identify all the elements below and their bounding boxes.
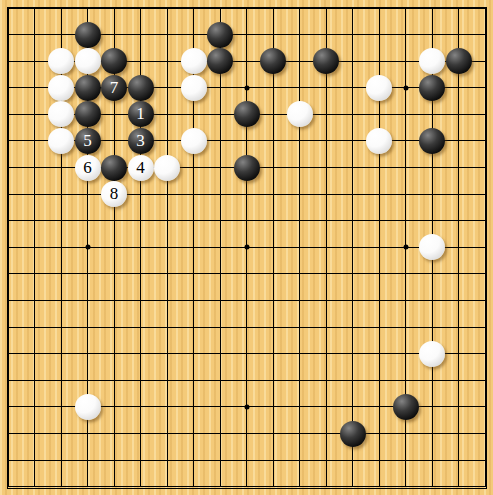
intersection-18-12[interactable] xyxy=(472,314,493,341)
intersection-16-9[interactable] xyxy=(419,234,446,261)
intersection-17-9[interactable] xyxy=(445,234,472,261)
intersection-11-17[interactable] xyxy=(286,447,313,474)
intersection-6-16[interactable] xyxy=(154,420,181,447)
intersection-1-13[interactable] xyxy=(21,340,48,367)
intersection-17-7[interactable] xyxy=(445,181,472,208)
intersection-4-14[interactable] xyxy=(101,367,128,394)
intersection-0-4[interactable] xyxy=(0,101,21,128)
intersection-14-16[interactable] xyxy=(366,420,393,447)
intersection-5-10[interactable] xyxy=(127,261,154,288)
intersection-4-7[interactable]: 8 xyxy=(101,181,128,208)
intersection-6-9[interactable] xyxy=(154,234,181,261)
intersection-11-8[interactable] xyxy=(286,207,313,234)
intersection-2-4[interactable] xyxy=(48,101,75,128)
intersection-4-16[interactable] xyxy=(101,420,128,447)
intersection-7-3[interactable] xyxy=(180,74,207,101)
intersection-1-5[interactable] xyxy=(21,128,48,155)
intersection-13-7[interactable] xyxy=(339,181,366,208)
intersection-5-9[interactable] xyxy=(127,234,154,261)
intersection-7-5[interactable] xyxy=(180,128,207,155)
intersection-3-5[interactable]: 5 xyxy=(74,128,101,155)
intersection-18-1[interactable] xyxy=(472,21,493,48)
intersection-15-0[interactable] xyxy=(392,0,419,21)
intersection-8-9[interactable] xyxy=(207,234,234,261)
intersection-7-7[interactable] xyxy=(180,181,207,208)
intersection-13-8[interactable] xyxy=(339,207,366,234)
intersection-13-6[interactable] xyxy=(339,154,366,181)
intersection-7-17[interactable] xyxy=(180,447,207,474)
intersection-7-9[interactable] xyxy=(180,234,207,261)
intersection-11-18[interactable] xyxy=(286,473,313,495)
intersection-10-4[interactable] xyxy=(260,101,287,128)
intersection-16-6[interactable] xyxy=(419,154,446,181)
intersection-1-4[interactable] xyxy=(21,101,48,128)
intersection-12-13[interactable] xyxy=(313,340,340,367)
intersection-17-3[interactable] xyxy=(445,74,472,101)
intersection-12-6[interactable] xyxy=(313,154,340,181)
intersection-8-5[interactable] xyxy=(207,128,234,155)
intersection-6-13[interactable] xyxy=(154,340,181,367)
intersection-5-15[interactable] xyxy=(127,394,154,421)
intersection-0-10[interactable] xyxy=(0,261,21,288)
intersection-18-8[interactable] xyxy=(472,207,493,234)
intersection-15-6[interactable] xyxy=(392,154,419,181)
intersection-8-16[interactable] xyxy=(207,420,234,447)
intersection-5-17[interactable] xyxy=(127,447,154,474)
intersection-0-3[interactable] xyxy=(0,74,21,101)
intersection-6-1[interactable] xyxy=(154,21,181,48)
intersection-1-0[interactable] xyxy=(21,0,48,21)
intersection-9-0[interactable] xyxy=(233,0,260,21)
intersection-2-6[interactable] xyxy=(48,154,75,181)
intersection-0-5[interactable] xyxy=(0,128,21,155)
intersection-13-1[interactable] xyxy=(339,21,366,48)
intersection-5-8[interactable] xyxy=(127,207,154,234)
intersection-14-7[interactable] xyxy=(366,181,393,208)
intersection-3-11[interactable] xyxy=(74,287,101,314)
intersection-6-14[interactable] xyxy=(154,367,181,394)
intersection-18-7[interactable] xyxy=(472,181,493,208)
intersection-7-8[interactable] xyxy=(180,207,207,234)
intersection-14-14[interactable] xyxy=(366,367,393,394)
intersection-4-0[interactable] xyxy=(101,0,128,21)
intersection-15-5[interactable] xyxy=(392,128,419,155)
intersection-6-6[interactable] xyxy=(154,154,181,181)
intersection-9-5[interactable] xyxy=(233,128,260,155)
intersection-12-5[interactable] xyxy=(313,128,340,155)
intersection-15-12[interactable] xyxy=(392,314,419,341)
intersection-11-12[interactable] xyxy=(286,314,313,341)
intersection-17-13[interactable] xyxy=(445,340,472,367)
intersection-18-3[interactable] xyxy=(472,74,493,101)
intersection-5-7[interactable] xyxy=(127,181,154,208)
intersection-8-14[interactable] xyxy=(207,367,234,394)
intersection-15-18[interactable] xyxy=(392,473,419,495)
intersection-10-11[interactable] xyxy=(260,287,287,314)
intersection-9-17[interactable] xyxy=(233,447,260,474)
intersection-9-11[interactable] xyxy=(233,287,260,314)
intersection-17-8[interactable] xyxy=(445,207,472,234)
intersection-8-18[interactable] xyxy=(207,473,234,495)
intersection-11-10[interactable] xyxy=(286,261,313,288)
intersection-11-15[interactable] xyxy=(286,394,313,421)
intersection-5-0[interactable] xyxy=(127,0,154,21)
intersection-16-11[interactable] xyxy=(419,287,446,314)
intersection-5-6[interactable]: 4 xyxy=(127,154,154,181)
intersection-2-5[interactable] xyxy=(48,128,75,155)
intersection-5-18[interactable] xyxy=(127,473,154,495)
intersection-6-12[interactable] xyxy=(154,314,181,341)
intersection-3-7[interactable] xyxy=(74,181,101,208)
intersection-8-0[interactable] xyxy=(207,0,234,21)
intersection-14-15[interactable] xyxy=(366,394,393,421)
intersection-13-15[interactable] xyxy=(339,394,366,421)
intersection-15-15[interactable] xyxy=(392,394,419,421)
intersection-8-11[interactable] xyxy=(207,287,234,314)
intersection-18-14[interactable] xyxy=(472,367,493,394)
intersection-12-4[interactable] xyxy=(313,101,340,128)
intersection-14-6[interactable] xyxy=(366,154,393,181)
intersection-15-2[interactable] xyxy=(392,48,419,75)
intersection-14-1[interactable] xyxy=(366,21,393,48)
intersection-14-13[interactable] xyxy=(366,340,393,367)
intersection-8-2[interactable] xyxy=(207,48,234,75)
intersection-8-6[interactable] xyxy=(207,154,234,181)
intersection-18-9[interactable] xyxy=(472,234,493,261)
intersection-2-14[interactable] xyxy=(48,367,75,394)
intersection-15-4[interactable] xyxy=(392,101,419,128)
intersection-5-5[interactable]: 3 xyxy=(127,128,154,155)
intersection-12-17[interactable] xyxy=(313,447,340,474)
intersection-10-8[interactable] xyxy=(260,207,287,234)
intersection-13-13[interactable] xyxy=(339,340,366,367)
intersection-8-12[interactable] xyxy=(207,314,234,341)
intersection-9-2[interactable] xyxy=(233,48,260,75)
intersection-11-0[interactable] xyxy=(286,0,313,21)
intersection-1-6[interactable] xyxy=(21,154,48,181)
intersection-17-6[interactable] xyxy=(445,154,472,181)
intersection-10-10[interactable] xyxy=(260,261,287,288)
intersection-8-13[interactable] xyxy=(207,340,234,367)
intersection-16-13[interactable] xyxy=(419,340,446,367)
intersection-14-5[interactable] xyxy=(366,128,393,155)
intersection-18-5[interactable] xyxy=(472,128,493,155)
intersection-8-8[interactable] xyxy=(207,207,234,234)
intersection-14-2[interactable] xyxy=(366,48,393,75)
intersection-8-1[interactable] xyxy=(207,21,234,48)
intersection-16-1[interactable] xyxy=(419,21,446,48)
intersection-6-5[interactable] xyxy=(154,128,181,155)
intersection-12-2[interactable] xyxy=(313,48,340,75)
intersection-13-17[interactable] xyxy=(339,447,366,474)
intersection-14-3[interactable] xyxy=(366,74,393,101)
intersection-11-11[interactable] xyxy=(286,287,313,314)
intersection-1-10[interactable] xyxy=(21,261,48,288)
intersection-4-1[interactable] xyxy=(101,21,128,48)
intersection-4-2[interactable] xyxy=(101,48,128,75)
intersection-2-13[interactable] xyxy=(48,340,75,367)
intersection-12-18[interactable] xyxy=(313,473,340,495)
intersection-11-13[interactable] xyxy=(286,340,313,367)
intersection-9-4[interactable] xyxy=(233,101,260,128)
intersection-1-17[interactable] xyxy=(21,447,48,474)
intersection-4-10[interactable] xyxy=(101,261,128,288)
intersection-18-2[interactable] xyxy=(472,48,493,75)
intersection-1-7[interactable] xyxy=(21,181,48,208)
intersection-0-7[interactable] xyxy=(0,181,21,208)
intersection-10-14[interactable] xyxy=(260,367,287,394)
intersection-17-1[interactable] xyxy=(445,21,472,48)
intersection-15-13[interactable] xyxy=(392,340,419,367)
intersection-16-12[interactable] xyxy=(419,314,446,341)
intersection-10-5[interactable] xyxy=(260,128,287,155)
intersection-0-14[interactable] xyxy=(0,367,21,394)
intersection-10-1[interactable] xyxy=(260,21,287,48)
intersection-10-12[interactable] xyxy=(260,314,287,341)
intersection-11-1[interactable] xyxy=(286,21,313,48)
intersection-15-9[interactable] xyxy=(392,234,419,261)
intersection-0-12[interactable] xyxy=(0,314,21,341)
intersection-7-13[interactable] xyxy=(180,340,207,367)
intersection-2-9[interactable] xyxy=(48,234,75,261)
intersection-14-8[interactable] xyxy=(366,207,393,234)
intersection-11-2[interactable] xyxy=(286,48,313,75)
intersection-2-12[interactable] xyxy=(48,314,75,341)
intersection-11-7[interactable] xyxy=(286,181,313,208)
intersection-9-12[interactable] xyxy=(233,314,260,341)
intersection-6-18[interactable] xyxy=(154,473,181,495)
intersection-14-11[interactable] xyxy=(366,287,393,314)
intersection-1-8[interactable] xyxy=(21,207,48,234)
intersection-5-1[interactable] xyxy=(127,21,154,48)
intersection-5-16[interactable] xyxy=(127,420,154,447)
intersection-7-10[interactable] xyxy=(180,261,207,288)
intersection-11-16[interactable] xyxy=(286,420,313,447)
intersection-11-3[interactable] xyxy=(286,74,313,101)
intersection-4-4[interactable] xyxy=(101,101,128,128)
intersection-3-1[interactable] xyxy=(74,21,101,48)
intersection-3-15[interactable] xyxy=(74,394,101,421)
intersection-5-12[interactable] xyxy=(127,314,154,341)
intersection-18-11[interactable] xyxy=(472,287,493,314)
intersection-3-18[interactable] xyxy=(74,473,101,495)
intersection-0-18[interactable] xyxy=(0,473,21,495)
intersection-2-18[interactable] xyxy=(48,473,75,495)
intersection-3-13[interactable] xyxy=(74,340,101,367)
intersection-1-18[interactable] xyxy=(21,473,48,495)
intersection-0-13[interactable] xyxy=(0,340,21,367)
intersection-1-3[interactable] xyxy=(21,74,48,101)
intersection-6-3[interactable] xyxy=(154,74,181,101)
intersection-17-12[interactable] xyxy=(445,314,472,341)
intersection-3-4[interactable] xyxy=(74,101,101,128)
intersection-13-18[interactable] xyxy=(339,473,366,495)
intersection-18-4[interactable] xyxy=(472,101,493,128)
intersection-2-7[interactable] xyxy=(48,181,75,208)
intersection-3-2[interactable] xyxy=(74,48,101,75)
intersection-4-12[interactable] xyxy=(101,314,128,341)
intersection-16-0[interactable] xyxy=(419,0,446,21)
intersection-5-3[interactable] xyxy=(127,74,154,101)
intersection-17-5[interactable] xyxy=(445,128,472,155)
intersection-14-10[interactable] xyxy=(366,261,393,288)
intersection-16-7[interactable] xyxy=(419,181,446,208)
intersection-8-3[interactable] xyxy=(207,74,234,101)
intersection-12-10[interactable] xyxy=(313,261,340,288)
intersection-2-8[interactable] xyxy=(48,207,75,234)
intersection-3-6[interactable]: 6 xyxy=(74,154,101,181)
intersection-17-11[interactable] xyxy=(445,287,472,314)
intersection-7-15[interactable] xyxy=(180,394,207,421)
intersection-3-16[interactable] xyxy=(74,420,101,447)
intersection-17-10[interactable] xyxy=(445,261,472,288)
intersection-11-5[interactable] xyxy=(286,128,313,155)
intersection-12-0[interactable] xyxy=(313,0,340,21)
intersection-9-15[interactable] xyxy=(233,394,260,421)
intersection-2-1[interactable] xyxy=(48,21,75,48)
intersection-15-10[interactable] xyxy=(392,261,419,288)
intersection-12-9[interactable] xyxy=(313,234,340,261)
intersection-12-1[interactable] xyxy=(313,21,340,48)
intersection-18-16[interactable] xyxy=(472,420,493,447)
intersection-10-7[interactable] xyxy=(260,181,287,208)
intersection-2-2[interactable] xyxy=(48,48,75,75)
intersection-0-15[interactable] xyxy=(0,394,21,421)
intersection-7-0[interactable] xyxy=(180,0,207,21)
intersection-1-16[interactable] xyxy=(21,420,48,447)
intersection-16-8[interactable] xyxy=(419,207,446,234)
intersection-10-2[interactable] xyxy=(260,48,287,75)
intersection-1-11[interactable] xyxy=(21,287,48,314)
intersection-17-17[interactable] xyxy=(445,447,472,474)
intersection-2-0[interactable] xyxy=(48,0,75,21)
intersection-14-18[interactable] xyxy=(366,473,393,495)
intersection-4-18[interactable] xyxy=(101,473,128,495)
intersection-9-13[interactable] xyxy=(233,340,260,367)
intersection-12-11[interactable] xyxy=(313,287,340,314)
intersection-2-11[interactable] xyxy=(48,287,75,314)
intersection-12-16[interactable] xyxy=(313,420,340,447)
intersection-13-10[interactable] xyxy=(339,261,366,288)
intersection-0-1[interactable] xyxy=(0,21,21,48)
intersection-13-2[interactable] xyxy=(339,48,366,75)
intersection-8-7[interactable] xyxy=(207,181,234,208)
intersection-2-17[interactable] xyxy=(48,447,75,474)
intersection-4-11[interactable] xyxy=(101,287,128,314)
intersection-5-4[interactable]: 1 xyxy=(127,101,154,128)
go-board[interactable]: 7153648 xyxy=(0,0,493,495)
intersection-10-6[interactable] xyxy=(260,154,287,181)
intersection-18-13[interactable] xyxy=(472,340,493,367)
intersection-3-9[interactable] xyxy=(74,234,101,261)
intersection-6-10[interactable] xyxy=(154,261,181,288)
intersection-6-4[interactable] xyxy=(154,101,181,128)
intersection-17-16[interactable] xyxy=(445,420,472,447)
intersection-6-7[interactable] xyxy=(154,181,181,208)
intersection-11-4[interactable] xyxy=(286,101,313,128)
intersection-1-15[interactable] xyxy=(21,394,48,421)
intersection-4-15[interactable] xyxy=(101,394,128,421)
intersection-4-9[interactable] xyxy=(101,234,128,261)
intersection-14-0[interactable] xyxy=(366,0,393,21)
intersection-16-10[interactable] xyxy=(419,261,446,288)
intersection-0-8[interactable] xyxy=(0,207,21,234)
intersection-4-5[interactable] xyxy=(101,128,128,155)
intersection-0-9[interactable] xyxy=(0,234,21,261)
intersection-0-0[interactable] xyxy=(0,0,21,21)
intersection-16-15[interactable] xyxy=(419,394,446,421)
intersection-17-18[interactable] xyxy=(445,473,472,495)
intersection-3-12[interactable] xyxy=(74,314,101,341)
intersection-0-17[interactable] xyxy=(0,447,21,474)
intersection-1-14[interactable] xyxy=(21,367,48,394)
intersection-16-2[interactable] xyxy=(419,48,446,75)
intersection-13-14[interactable] xyxy=(339,367,366,394)
intersection-6-11[interactable] xyxy=(154,287,181,314)
intersection-7-16[interactable] xyxy=(180,420,207,447)
intersection-7-11[interactable] xyxy=(180,287,207,314)
intersection-16-18[interactable] xyxy=(419,473,446,495)
intersection-9-6[interactable] xyxy=(233,154,260,181)
intersection-10-17[interactable] xyxy=(260,447,287,474)
intersection-18-15[interactable] xyxy=(472,394,493,421)
intersection-11-14[interactable] xyxy=(286,367,313,394)
intersection-3-3[interactable] xyxy=(74,74,101,101)
intersection-5-14[interactable] xyxy=(127,367,154,394)
intersection-11-6[interactable] xyxy=(286,154,313,181)
intersection-9-16[interactable] xyxy=(233,420,260,447)
intersection-10-0[interactable] xyxy=(260,0,287,21)
intersection-9-3[interactable] xyxy=(233,74,260,101)
intersection-3-14[interactable] xyxy=(74,367,101,394)
intersection-6-15[interactable] xyxy=(154,394,181,421)
intersection-16-16[interactable] xyxy=(419,420,446,447)
intersection-14-4[interactable] xyxy=(366,101,393,128)
intersection-15-17[interactable] xyxy=(392,447,419,474)
intersection-17-15[interactable] xyxy=(445,394,472,421)
intersection-16-3[interactable] xyxy=(419,74,446,101)
intersection-16-5[interactable] xyxy=(419,128,446,155)
intersection-15-16[interactable] xyxy=(392,420,419,447)
intersection-3-0[interactable] xyxy=(74,0,101,21)
intersection-10-16[interactable] xyxy=(260,420,287,447)
intersection-2-10[interactable] xyxy=(48,261,75,288)
intersection-7-4[interactable] xyxy=(180,101,207,128)
intersection-1-12[interactable] xyxy=(21,314,48,341)
intersection-0-16[interactable] xyxy=(0,420,21,447)
intersection-1-9[interactable] xyxy=(21,234,48,261)
intersection-6-0[interactable] xyxy=(154,0,181,21)
intersection-10-18[interactable] xyxy=(260,473,287,495)
intersection-18-0[interactable] xyxy=(472,0,493,21)
intersection-7-18[interactable] xyxy=(180,473,207,495)
intersection-13-3[interactable] xyxy=(339,74,366,101)
intersection-13-16[interactable] xyxy=(339,420,366,447)
intersection-8-17[interactable] xyxy=(207,447,234,474)
intersection-3-17[interactable] xyxy=(74,447,101,474)
intersection-9-9[interactable] xyxy=(233,234,260,261)
intersection-7-2[interactable] xyxy=(180,48,207,75)
intersection-12-14[interactable] xyxy=(313,367,340,394)
intersection-13-11[interactable] xyxy=(339,287,366,314)
intersection-15-11[interactable] xyxy=(392,287,419,314)
intersection-7-6[interactable] xyxy=(180,154,207,181)
intersection-9-10[interactable] xyxy=(233,261,260,288)
intersection-1-1[interactable] xyxy=(21,21,48,48)
intersection-16-17[interactable] xyxy=(419,447,446,474)
intersection-10-13[interactable] xyxy=(260,340,287,367)
intersection-6-8[interactable] xyxy=(154,207,181,234)
